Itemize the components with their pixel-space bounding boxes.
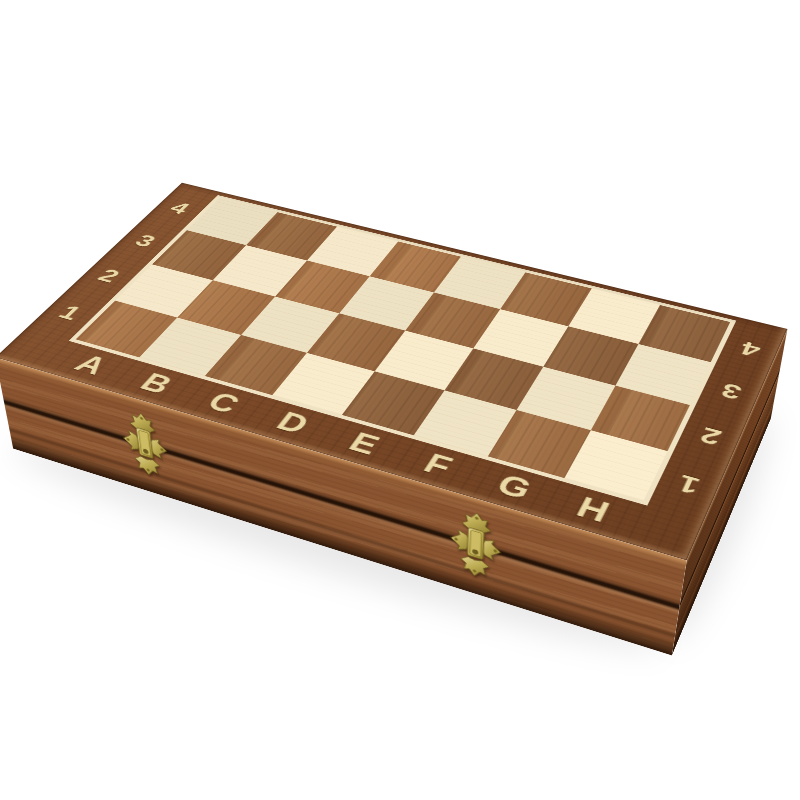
square-h3: [615, 344, 710, 405]
scene-3d: 4321 4321 ABCDEFGH: [0, 0, 800, 800]
square-d1: [272, 353, 374, 415]
latch-ornament-icon: [445, 504, 507, 586]
square-h1: [564, 430, 667, 500]
product-photo: 4321 4321 ABCDEFGH: [0, 0, 800, 800]
square-e1: [342, 371, 445, 435]
square-f2: [445, 348, 544, 410]
brass-latch-left: [115, 405, 174, 483]
square-c1: [205, 335, 307, 395]
square-f1: [414, 390, 517, 456]
square-g1: [488, 410, 591, 478]
square-g2: [517, 367, 616, 430]
square-h2: [591, 386, 690, 451]
brass-latch-right: [445, 504, 507, 586]
folded-chess-box: 4321 4321 ABCDEFGH: [0, 183, 787, 561]
latch-ornament-icon: [115, 405, 174, 483]
